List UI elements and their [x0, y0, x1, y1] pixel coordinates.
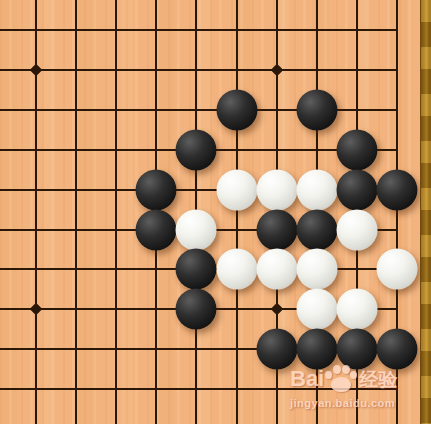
- white-stone: [336, 289, 377, 330]
- watermark-url: jingyan.baidu.com: [290, 397, 422, 409]
- go-board-screenshot: Bai 经验 jingyan.baidu.com: [0, 0, 431, 424]
- watermark-brand-text: Bai: [290, 368, 324, 390]
- black-stone: [256, 209, 297, 250]
- vertical-grid-line: [75, 0, 77, 424]
- white-stone: [216, 169, 257, 210]
- white-stone: [376, 249, 417, 290]
- black-stone: [136, 209, 177, 250]
- white-stone: [256, 169, 297, 210]
- horizontal-grid-line: [0, 109, 398, 111]
- white-stone: [296, 169, 337, 210]
- white-stone: [256, 249, 297, 290]
- black-stone: [136, 169, 177, 210]
- white-stone: [216, 249, 257, 290]
- white-stone: [336, 209, 377, 250]
- black-stone: [216, 89, 257, 130]
- star-point: [30, 303, 43, 316]
- baidu-jingyan-watermark: Bai 经验 jingyan.baidu.com: [290, 364, 422, 409]
- horizontal-grid-line: [0, 29, 398, 31]
- black-stone: [296, 209, 337, 250]
- go-board: [0, 0, 431, 424]
- star-point: [270, 303, 283, 316]
- black-stone: [176, 289, 217, 330]
- baidu-paw-icon: [325, 364, 357, 394]
- black-stone: [176, 129, 217, 170]
- watermark-brand-suffix: 经验: [359, 370, 397, 389]
- white-stone: [296, 249, 337, 290]
- white-stone: [176, 209, 217, 250]
- black-stone: [376, 169, 417, 210]
- black-stone: [336, 129, 377, 170]
- watermark-brand-row: Bai 经验: [290, 364, 422, 394]
- star-point: [30, 64, 43, 77]
- star-point: [270, 64, 283, 77]
- horizontal-grid-line: [0, 69, 398, 71]
- black-stone: [176, 249, 217, 290]
- black-stone: [336, 169, 377, 210]
- white-stone: [296, 289, 337, 330]
- board-right-edge: [420, 0, 431, 424]
- vertical-grid-line: [115, 0, 117, 424]
- vertical-grid-line: [236, 0, 238, 424]
- black-stone: [296, 89, 337, 130]
